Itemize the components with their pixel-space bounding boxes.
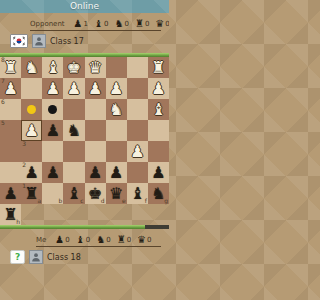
captured-knight: ♞0 — [114, 19, 128, 29]
captured-queen: ♛0 — [137, 235, 151, 245]
square-e1[interactable]: e♛ — [106, 183, 127, 204]
piece-white-P: ♟ — [3, 78, 17, 99]
file-label: c — [80, 198, 83, 204]
captured-count: 0 — [165, 20, 169, 29]
square-b1[interactable]: b — [42, 183, 63, 204]
file-label: a — [38, 198, 42, 204]
piece-black-P: ♟ — [109, 162, 123, 183]
square-h2[interactable]: ♟ — [0, 183, 21, 204]
square-d2[interactable]: ♟ — [85, 162, 106, 183]
piece-white-R: ♜ — [151, 57, 165, 78]
square-d8[interactable]: ♚ — [63, 57, 84, 78]
queen-icon: ♛ — [155, 19, 164, 29]
piece-white-P: ♟ — [130, 141, 144, 162]
square-d6[interactable] — [63, 99, 84, 120]
square-d1[interactable]: d♚ — [85, 183, 106, 204]
square-d7[interactable]: ♟ — [63, 78, 84, 99]
file-label: f — [145, 198, 147, 204]
bishop-icon: ♝ — [94, 19, 103, 29]
square-a6[interactable]: 6 — [0, 99, 21, 120]
square-b7[interactable] — [21, 78, 42, 99]
square-h8[interactable]: ♜ — [148, 57, 169, 78]
me-label: Me — [36, 235, 46, 245]
piece-white-P: ♟ — [151, 78, 165, 99]
piece-black-P: ♟ — [3, 183, 17, 204]
me-captured-tray: ♟0♝0♞0♜0♛0 — [55, 235, 157, 245]
square-h6[interactable]: ♝ — [148, 99, 169, 120]
square-f2[interactable] — [127, 162, 148, 183]
piece-black-B: ♝ — [67, 183, 81, 204]
page-title: Online — [70, 1, 99, 11]
unknown-flag-icon: ? — [10, 250, 25, 264]
square-h4[interactable] — [0, 141, 21, 162]
piece-white-P: ♟ — [88, 78, 102, 99]
rank-label: 2 — [22, 162, 26, 168]
file-label: b — [59, 198, 63, 204]
opponent-avatar — [32, 34, 46, 48]
file-label: d — [101, 198, 105, 204]
square-a8[interactable]: 8♜ — [0, 57, 21, 78]
piece-black-P: ♟ — [25, 162, 39, 183]
square-c8[interactable]: ♝ — [42, 57, 63, 78]
knight-icon: ♞ — [96, 235, 105, 245]
square-h3[interactable] — [0, 162, 21, 183]
bishop-icon: ♝ — [76, 235, 85, 245]
square-e7[interactable]: ♟ — [85, 78, 106, 99]
captured-bishop: ♝0 — [76, 235, 90, 245]
rank-label: 3 — [22, 141, 26, 147]
queen-icon: ♛ — [137, 235, 146, 245]
me-avatar — [29, 250, 43, 264]
square-c7[interactable]: ♟ — [42, 78, 63, 99]
piece-white-Q: ♛ — [88, 57, 102, 78]
square-e8[interactable]: ♛ — [85, 57, 106, 78]
rank-label: 5 — [1, 120, 5, 126]
square-f1[interactable]: f♝ — [127, 183, 148, 204]
piece-black-P: ♟ — [46, 120, 60, 141]
captured-queen: ♛0 — [155, 19, 169, 29]
file-label: e — [122, 198, 126, 204]
piece-white-R: ♜ — [3, 57, 17, 78]
square-a3[interactable]: 3 — [21, 141, 42, 162]
square-g6[interactable] — [127, 99, 148, 120]
square-g2[interactable]: ♟ — [148, 162, 169, 183]
captured-count: 1 — [84, 20, 88, 29]
square-d5[interactable]: ♞ — [63, 120, 84, 141]
square-h5[interactable] — [148, 120, 169, 141]
piece-white-N: ♞ — [25, 57, 39, 78]
square-a5[interactable]: 5 — [0, 120, 21, 141]
pawn-icon: ♟ — [55, 235, 64, 245]
opponent-captured-tray: ♟1♝0♞0♜0♛0 — [74, 19, 169, 29]
square-e6[interactable] — [85, 99, 106, 120]
captured-pawn: ♟0 — [55, 235, 69, 245]
square-a2[interactable]: 2♟ — [21, 162, 42, 183]
square-c2[interactable] — [63, 162, 84, 183]
captured-count: 0 — [104, 20, 108, 29]
piece-black-B: ♝ — [130, 183, 144, 204]
captured-rook: ♜0 — [135, 19, 149, 29]
piece-white-B: ♝ — [151, 99, 165, 120]
south-korea-flag-icon — [10, 34, 28, 48]
captured-count: 0 — [106, 236, 110, 245]
me-timer-bar — [0, 225, 169, 229]
square-b6[interactable] — [21, 99, 42, 120]
yellow-dot-marker — [27, 105, 36, 114]
square-d3[interactable] — [85, 141, 106, 162]
square-h1[interactable]: h♜ — [0, 204, 21, 225]
piece-black-P: ♟ — [46, 162, 60, 183]
captured-count: 0 — [147, 236, 151, 245]
black-dot-marker — [48, 105, 57, 114]
square-c6[interactable] — [42, 99, 63, 120]
me-class: Class 18 — [47, 253, 81, 262]
captured-count: 0 — [145, 20, 149, 29]
opponent-captured-row: Opponent ♟1♝0♞0♜0♛0 — [30, 16, 161, 31]
square-f8[interactable] — [106, 57, 127, 78]
square-a1[interactable]: 1a♜ — [21, 183, 42, 204]
rook-icon: ♜ — [135, 19, 144, 29]
rank-label: 8 — [1, 57, 5, 63]
me-panel: Me ♟0♝0♞0♜0♛0 ? Class 18 — [0, 232, 169, 272]
square-b8[interactable]: ♞ — [21, 57, 42, 78]
chess-board: 8♜♞♝♚♛♜7♟♟♟♟♟♟6♞♝5♟♟♞43♟2♟♟♟♟♟♟1a♜bc♝d♚e… — [0, 57, 169, 225]
square-g7[interactable] — [127, 78, 148, 99]
square-a7[interactable]: 7♟ — [0, 78, 21, 99]
rank-label: 7 — [1, 78, 5, 84]
captured-count: 0 — [86, 236, 90, 245]
captured-bishop: ♝0 — [94, 19, 108, 29]
rank-label: 1 — [22, 183, 26, 189]
file-label: g — [164, 198, 168, 204]
captured-count: 0 — [65, 236, 69, 245]
me-timer-fill — [0, 225, 145, 229]
piece-black-P: ♟ — [151, 162, 165, 183]
square-c1[interactable]: c♝ — [63, 183, 84, 204]
captured-knight: ♞0 — [96, 235, 110, 245]
title-bar: Online — [0, 0, 169, 13]
piece-white-P: ♟ — [46, 78, 60, 99]
opponent-class: Class 17 — [50, 37, 84, 46]
square-b3[interactable] — [42, 141, 63, 162]
piece-white-B: ♝ — [46, 57, 60, 78]
square-f3[interactable]: ♟ — [127, 141, 148, 162]
piece-white-N: ♞ — [109, 99, 123, 120]
piece-white-P: ♟ — [25, 120, 39, 141]
pawn-icon: ♟ — [74, 19, 83, 29]
captured-pawn: ♟1 — [74, 19, 88, 29]
square-g8[interactable] — [127, 57, 148, 78]
piece-white-P: ♟ — [109, 78, 123, 99]
piece-white-K: ♚ — [67, 57, 81, 78]
square-f5[interactable] — [106, 120, 127, 141]
piece-white-P: ♟ — [67, 78, 81, 99]
opponent-label: Opponent — [30, 19, 65, 29]
me-identity-row: ? Class 18 — [10, 250, 169, 264]
captured-count: 0 — [127, 236, 131, 245]
square-e5[interactable] — [85, 120, 106, 141]
rank-label: 6 — [1, 99, 5, 105]
opponent-panel: Opponent ♟1♝0♞0♜0♛0 — [0, 16, 169, 53]
rook-icon: ♜ — [117, 235, 126, 245]
square-b5[interactable]: ♟ — [21, 120, 42, 141]
knight-icon: ♞ — [114, 19, 123, 29]
piece-black-N: ♞ — [67, 120, 81, 141]
square-g1[interactable]: g♞ — [148, 183, 169, 204]
square-e3[interactable] — [106, 141, 127, 162]
square-b2[interactable]: ♟ — [42, 162, 63, 183]
square-f6[interactable]: ♞ — [106, 99, 127, 120]
piece-black-P: ♟ — [88, 162, 102, 183]
captured-count: 0 — [124, 20, 128, 29]
captured-rook: ♜0 — [117, 235, 131, 245]
square-h7[interactable]: ♟ — [148, 78, 169, 99]
square-g5[interactable] — [127, 120, 148, 141]
square-e2[interactable]: ♟ — [106, 162, 127, 183]
square-f7[interactable]: ♟ — [106, 78, 127, 99]
opponent-identity-row: Class 17 — [10, 34, 169, 48]
square-c5[interactable]: ♟ — [42, 120, 63, 141]
square-c3[interactable] — [63, 141, 84, 162]
square-g3[interactable] — [148, 141, 169, 162]
me-captured-row: Me ♟0♝0♞0♜0♛0 — [36, 232, 161, 247]
